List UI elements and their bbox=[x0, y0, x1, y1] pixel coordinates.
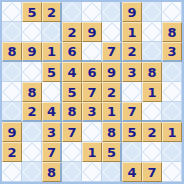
cell-r2c3[interactable] bbox=[42, 22, 62, 42]
cell-r1c6[interactable] bbox=[102, 2, 122, 22]
cell-r8c1[interactable]: 2 bbox=[2, 142, 22, 162]
cell-r2c6[interactable] bbox=[102, 22, 122, 42]
cell-r3c5[interactable] bbox=[82, 42, 102, 62]
cell-r3c9[interactable]: 3 bbox=[162, 42, 182, 62]
cell-r3c7[interactable]: 2 bbox=[122, 42, 142, 62]
cell-r1c7[interactable]: 9 bbox=[122, 2, 142, 22]
cell-r7c8[interactable]: 2 bbox=[142, 122, 162, 142]
cell-r4c5[interactable]: 6 bbox=[82, 62, 102, 82]
cell-r9c7[interactable]: 4 bbox=[122, 162, 142, 182]
cell-r7c3[interactable]: 3 bbox=[42, 122, 62, 142]
cell-r8c8[interactable] bbox=[142, 142, 162, 162]
cell-r5c2[interactable]: 8 bbox=[22, 82, 42, 102]
cell-r5c4[interactable]: 5 bbox=[62, 82, 82, 102]
cell-r2c5[interactable]: 9 bbox=[82, 22, 102, 42]
cell-r5c3[interactable] bbox=[42, 82, 62, 102]
cell-r1c9[interactable] bbox=[162, 2, 182, 22]
cell-r5c9[interactable] bbox=[162, 82, 182, 102]
cell-r2c8[interactable] bbox=[142, 22, 162, 42]
cell-r1c3[interactable]: 2 bbox=[42, 2, 62, 22]
cell-r9c6[interactable] bbox=[102, 162, 122, 182]
cell-r5c1[interactable] bbox=[2, 82, 22, 102]
cell-r6c8[interactable] bbox=[142, 102, 162, 122]
sudoku-board: 5292918891672354693885721248317937852127… bbox=[0, 0, 184, 184]
cell-r1c1[interactable] bbox=[2, 2, 22, 22]
cell-r4c6[interactable]: 9 bbox=[102, 62, 122, 82]
cell-r3c4[interactable]: 6 bbox=[62, 42, 82, 62]
cell-r3c1[interactable]: 8 bbox=[2, 42, 22, 62]
cell-r1c4[interactable] bbox=[62, 2, 82, 22]
cell-r6c1[interactable] bbox=[2, 102, 22, 122]
cell-r4c4[interactable]: 4 bbox=[62, 62, 82, 82]
cell-r8c9[interactable] bbox=[162, 142, 182, 162]
cell-r8c6[interactable]: 5 bbox=[102, 142, 122, 162]
cell-r8c3[interactable]: 7 bbox=[42, 142, 62, 162]
cell-r6c3[interactable]: 4 bbox=[42, 102, 62, 122]
cell-r1c8[interactable] bbox=[142, 2, 162, 22]
cell-r4c9[interactable] bbox=[162, 62, 182, 82]
sudoku-grid: 5292918891672354693885721248317937852127… bbox=[2, 2, 182, 182]
cell-r7c6[interactable]: 8 bbox=[102, 122, 122, 142]
cell-r6c6[interactable]: 1 bbox=[102, 102, 122, 122]
cell-r1c2[interactable]: 5 bbox=[22, 2, 42, 22]
cell-r3c6[interactable]: 7 bbox=[102, 42, 122, 62]
cell-r8c2[interactable] bbox=[22, 142, 42, 162]
cell-r9c5[interactable] bbox=[82, 162, 102, 182]
cell-r6c2[interactable]: 2 bbox=[22, 102, 42, 122]
cell-r9c1[interactable] bbox=[2, 162, 22, 182]
cell-r2c7[interactable]: 1 bbox=[122, 22, 142, 42]
cell-r5c6[interactable]: 2 bbox=[102, 82, 122, 102]
cell-r7c9[interactable]: 1 bbox=[162, 122, 182, 142]
cell-r3c3[interactable]: 1 bbox=[42, 42, 62, 62]
cell-r8c7[interactable] bbox=[122, 142, 142, 162]
cell-r6c5[interactable]: 3 bbox=[82, 102, 102, 122]
cell-r4c3[interactable]: 5 bbox=[42, 62, 62, 82]
cell-r4c8[interactable]: 8 bbox=[142, 62, 162, 82]
cell-r7c5[interactable] bbox=[82, 122, 102, 142]
cell-r6c9[interactable] bbox=[162, 102, 182, 122]
cell-r7c2[interactable] bbox=[22, 122, 42, 142]
cell-r5c8[interactable]: 1 bbox=[142, 82, 162, 102]
cell-r8c4[interactable] bbox=[62, 142, 82, 162]
cell-r2c1[interactable] bbox=[2, 22, 22, 42]
cell-r9c9[interactable] bbox=[162, 162, 182, 182]
cell-r9c4[interactable] bbox=[62, 162, 82, 182]
cell-r9c2[interactable] bbox=[22, 162, 42, 182]
cell-r3c2[interactable]: 9 bbox=[22, 42, 42, 62]
cell-r4c1[interactable] bbox=[2, 62, 22, 82]
cell-r5c7[interactable] bbox=[122, 82, 142, 102]
cell-r2c4[interactable]: 2 bbox=[62, 22, 82, 42]
cell-r7c4[interactable]: 7 bbox=[62, 122, 82, 142]
cell-r4c7[interactable]: 3 bbox=[122, 62, 142, 82]
cell-r4c2[interactable] bbox=[22, 62, 42, 82]
cell-r3c8[interactable] bbox=[142, 42, 162, 62]
cell-r9c8[interactable]: 7 bbox=[142, 162, 162, 182]
cell-r6c7[interactable]: 7 bbox=[122, 102, 142, 122]
cell-r7c7[interactable]: 5 bbox=[122, 122, 142, 142]
cell-r7c1[interactable]: 9 bbox=[2, 122, 22, 142]
cell-r6c4[interactable]: 8 bbox=[62, 102, 82, 122]
cell-r5c5[interactable]: 7 bbox=[82, 82, 102, 102]
cell-r2c9[interactable]: 8 bbox=[162, 22, 182, 42]
cell-r8c5[interactable]: 1 bbox=[82, 142, 102, 162]
cell-r1c5[interactable] bbox=[82, 2, 102, 22]
cell-r9c3[interactable]: 8 bbox=[42, 162, 62, 182]
cell-r2c2[interactable] bbox=[22, 22, 42, 42]
